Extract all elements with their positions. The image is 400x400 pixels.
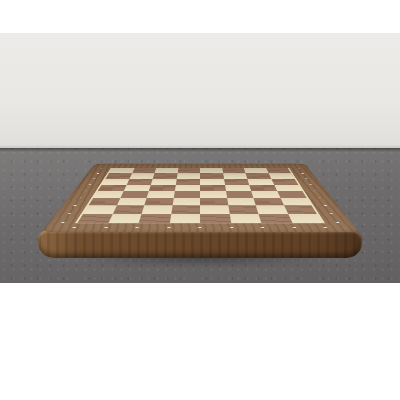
pearl-inlay-dot-back-0 (112, 166, 115, 167)
pearl-inlay-dot-right-0 (297, 168, 300, 169)
background-wall (0, 33, 400, 148)
pearl-inlay-dot-right-1 (301, 173, 304, 174)
square-a4 (93, 191, 123, 198)
pearl-inlay-dot-back-2 (155, 166, 158, 167)
playing-area (78, 168, 323, 222)
square-b2 (112, 205, 144, 213)
product-photo (0, 0, 400, 400)
pearl-inlay-dot-front-7 (292, 227, 296, 228)
square-h3 (280, 198, 311, 206)
pearl-inlay-dot-right-7 (329, 213, 333, 214)
pearl-inlay-dot-left-6 (73, 205, 77, 206)
square-f2 (228, 205, 258, 213)
pearl-inlay-dot-left-2 (92, 178, 95, 179)
pearl-inlay-dot-left-8 (60, 222, 65, 223)
pearl-inlay-dot-front-0 (72, 227, 77, 228)
pearl-inlay-dot-right-8 (335, 222, 340, 223)
pearl-inlay-dot-front-8 (323, 227, 328, 228)
pearl-inlay-dot-right-6 (323, 205, 327, 206)
pearl-inlay-dot-left-1 (96, 173, 99, 174)
pearl-inlay-dot-back-6 (242, 166, 245, 167)
square-e1 (200, 214, 231, 223)
square-g2 (256, 205, 288, 213)
square-g1 (258, 214, 291, 223)
pearl-inlay-dot-front-5 (229, 227, 233, 228)
square-b1 (108, 214, 141, 223)
pearl-inlay-dot-front-2 (135, 227, 139, 228)
square-a1 (78, 214, 113, 223)
pearl-inlay-dot-left-3 (88, 184, 92, 185)
pearl-inlay-dot-back-4 (199, 166, 202, 167)
square-c3 (144, 198, 173, 206)
square-c4 (147, 191, 175, 198)
pearl-inlay-dot-back-3 (177, 166, 180, 167)
square-h4 (277, 191, 307, 198)
pearl-inlay-dot-left-4 (83, 191, 87, 192)
square-g3 (253, 198, 283, 206)
square-f1 (229, 214, 261, 223)
square-d4 (173, 191, 200, 198)
pearl-inlay-dot-back-5 (220, 166, 223, 167)
pearl-inlay-dot-left-0 (100, 168, 103, 169)
pearl-inlay-dot-right-4 (313, 191, 317, 192)
square-c2 (142, 205, 172, 213)
pearl-inlay-dot-back-7 (263, 166, 266, 167)
square-d1 (169, 214, 200, 223)
square-h1 (288, 214, 323, 223)
square-e2 (200, 205, 229, 213)
pearl-inlay-dot-front-6 (261, 227, 265, 228)
square-f4 (226, 191, 254, 198)
board-front-edge (38, 230, 362, 258)
pearl-inlay-dot-front-3 (167, 227, 171, 228)
chess-board (41, 164, 359, 232)
square-d2 (171, 205, 200, 213)
square-a2 (83, 205, 116, 213)
square-h2 (284, 205, 317, 213)
square-e4 (200, 191, 227, 198)
pearl-inlay-dot-back-1 (134, 166, 137, 167)
pearl-inlay-dot-left-7 (67, 213, 71, 214)
square-a3 (89, 198, 120, 206)
square-d3 (172, 198, 200, 206)
square-f3 (227, 198, 256, 206)
pearl-inlay-dot-front-1 (104, 227, 108, 228)
square-b3 (116, 198, 146, 206)
pearl-inlay-dot-back-8 (285, 166, 288, 167)
pearl-inlay-dot-left-5 (78, 197, 82, 198)
pearl-inlay-dot-front-4 (198, 227, 202, 228)
pearl-inlay-dot-right-2 (304, 178, 307, 179)
pearl-inlay-dot-right-5 (318, 197, 322, 198)
wall-floor-junction-shadow (0, 148, 400, 152)
square-b4 (120, 191, 149, 198)
pearl-inlay-dot-right-3 (309, 184, 313, 185)
square-e3 (200, 198, 228, 206)
square-c1 (139, 214, 171, 223)
square-g4 (251, 191, 280, 198)
